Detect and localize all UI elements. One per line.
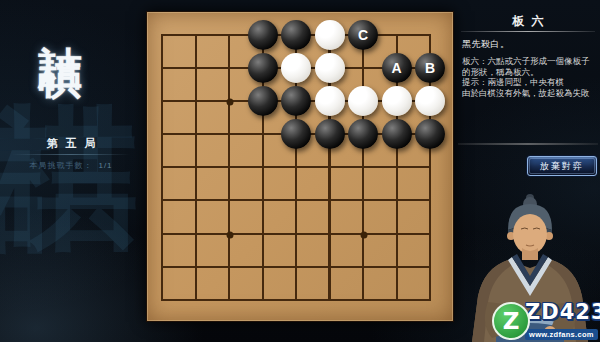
right-panel-divider-bottom: [458, 143, 598, 145]
star-point: [227, 231, 234, 238]
give-up-button[interactable]: 放棄對弈: [527, 156, 597, 176]
white-stone: [281, 53, 311, 83]
shape-description: 板六：六點或六子形成一個像板子 的形狀，稱為板六。 提示：兩邊同型，中央有棋 由…: [462, 56, 598, 98]
desc-line: 的形狀，稱為板六。: [462, 67, 598, 78]
white-stone: [315, 20, 345, 50]
board-grid[interactable]: CAB: [161, 34, 431, 301]
black-stone: [281, 86, 311, 116]
star-point: [361, 231, 368, 238]
star-point: [227, 99, 234, 106]
left-divider: [12, 154, 130, 155]
desc-line: 提示：兩邊同型，中央有棋: [462, 77, 598, 88]
watermark-site-name: ZD423: [525, 300, 600, 324]
challenge-hand-count: 本局挑戰手數：1/1: [0, 160, 142, 171]
black-stone: [281, 119, 311, 149]
black-stone: [281, 20, 311, 50]
round-label: 第五局: [0, 136, 142, 151]
choice-marker-A[interactable]: A: [382, 53, 412, 83]
white-stone: [315, 86, 345, 116]
task-text: 黑先殺白。: [462, 38, 510, 51]
black-stone: [248, 86, 278, 116]
black-stone: [315, 119, 345, 149]
black-stone: [415, 119, 445, 149]
black-stone: [248, 20, 278, 50]
choice-marker-C[interactable]: C: [348, 20, 378, 50]
desc-line: 由於白棋沒有外氣，故起殺為失敗: [462, 88, 598, 99]
puzzle-mode-title: 詰棋: [32, 10, 91, 30]
challenge-value: 1/1: [98, 161, 112, 170]
right-panel-divider-top: [461, 31, 595, 32]
shape-title: 板六: [458, 13, 598, 30]
black-stone: [382, 119, 412, 149]
challenge-label: 本局挑戰手數：: [29, 161, 92, 170]
white-stone: [382, 86, 412, 116]
choice-marker-B[interactable]: B: [415, 53, 445, 83]
desc-line: 板六：六點或六子形成一個像板子: [462, 56, 598, 67]
watermark-site-url: www.zdfans.com: [525, 329, 598, 340]
white-stone: [415, 86, 445, 116]
white-stone: [315, 53, 345, 83]
black-stone: [348, 119, 378, 149]
black-stone: [248, 53, 278, 83]
white-stone: [348, 86, 378, 116]
watermark: Z ZD423 www.zdfans.com: [492, 300, 598, 340]
go-board: CAB: [146, 11, 454, 322]
watermark-logo-icon: Z: [492, 302, 530, 340]
